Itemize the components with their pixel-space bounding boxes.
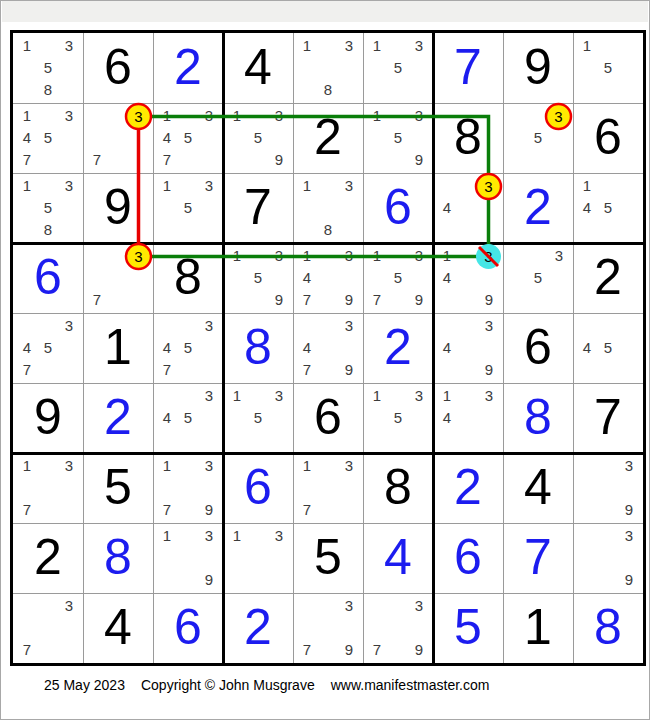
cell-r3c8[interactable]: 2 [503, 173, 573, 243]
candidate-7: 7 [17, 639, 38, 660]
candidate-3: 3 [59, 455, 80, 476]
cell-r1c2[interactable]: 6 [83, 33, 153, 103]
given-digit: 6 [83, 33, 153, 103]
candidate-1: 1 [157, 455, 178, 476]
cell-r1c4[interactable]: 4 [223, 33, 293, 103]
solved-digit: 8 [223, 313, 293, 383]
given-digit: 8 [153, 243, 223, 313]
cell-r2c3[interactable]: 13457 [153, 103, 223, 173]
candidate-7: 7 [367, 639, 388, 660]
candidate-3: 3 [619, 455, 640, 476]
cell-r8c6[interactable]: 4 [363, 523, 433, 593]
solved-digit: 2 [503, 173, 573, 243]
candidate-1: 1 [437, 385, 458, 406]
candidate-3: 3 [59, 175, 80, 196]
candidate-3: 3 [269, 245, 290, 266]
candidate-7: 7 [87, 149, 108, 170]
cell-r8c5[interactable]: 5 [293, 523, 363, 593]
cell-r5c2[interactable]: 1 [83, 313, 153, 383]
candidate-3: 3 [339, 245, 360, 266]
candidate-8: 8 [318, 219, 339, 240]
candidate-7: 7 [367, 289, 388, 310]
given-digit: 7 [223, 173, 293, 243]
candidate-1: 1 [157, 175, 178, 196]
given-digit: 6 [503, 313, 573, 383]
cell-r3c7[interactable]: 34 [433, 173, 503, 243]
candidate-8: 8 [38, 219, 59, 240]
cell-r2c1[interactable]: 13457 [13, 103, 83, 173]
candidate-1: 1 [227, 385, 248, 406]
cell-r7c6[interactable]: 8 [363, 453, 433, 523]
candidate-3: 3 [339, 35, 360, 56]
candidate-3: 3 [199, 315, 220, 336]
footer-website: www.manifestmaster.com [331, 677, 490, 693]
cell-r1c9[interactable]: 15 [573, 33, 643, 103]
candidate-7: 7 [157, 359, 178, 380]
given-digit: 4 [83, 593, 153, 663]
candidate-4: 4 [577, 197, 598, 218]
solved-digit: 6 [13, 243, 83, 313]
cell-r4c8[interactable]: 35 [503, 243, 573, 313]
candidate-3: 3 [339, 595, 360, 616]
candidate-1: 1 [17, 175, 38, 196]
candidate-9: 9 [409, 639, 430, 660]
candidate-7: 7 [87, 289, 108, 310]
cell-r4c9[interactable]: 2 [573, 243, 643, 313]
solved-digit: 2 [223, 593, 293, 663]
candidate-3: 3 [409, 105, 430, 126]
candidate-9: 9 [199, 569, 220, 590]
candidate-1: 1 [297, 35, 318, 56]
solved-digit: 8 [83, 523, 153, 593]
solved-digit: 6 [223, 453, 293, 523]
solved-digit: 8 [573, 593, 643, 663]
candidate-9: 9 [339, 359, 360, 380]
candidate-4: 4 [297, 337, 318, 358]
cell-r4c1[interactable]: 6 [13, 243, 83, 313]
cell-r7c2[interactable]: 5 [83, 453, 153, 523]
candidate-1: 1 [297, 175, 318, 196]
candidate-8: 8 [38, 79, 59, 100]
cell-r8c9[interactable]: 39 [573, 523, 643, 593]
cell-r6c9[interactable]: 7 [573, 383, 643, 453]
candidate-5: 5 [248, 127, 269, 148]
candidate-1: 1 [227, 525, 248, 546]
cell-r6c5[interactable]: 6 [293, 383, 363, 453]
candidate-1: 1 [17, 35, 38, 56]
cell-r7c9[interactable]: 39 [573, 453, 643, 523]
candidate-9: 9 [409, 289, 430, 310]
candidate-3: 3 [129, 105, 150, 126]
given-digit: 2 [573, 243, 643, 313]
candidate-5: 5 [388, 407, 409, 428]
solved-digit: 5 [433, 593, 503, 663]
candidate-7: 7 [157, 499, 178, 520]
candidate-5: 5 [388, 127, 409, 148]
candidate-1: 1 [577, 35, 598, 56]
cell-r9c7[interactable]: 5 [433, 593, 503, 663]
cell-r9c6[interactable]: 379 [363, 593, 433, 663]
candidate-1: 1 [157, 105, 178, 126]
candidate-3: 3 [59, 35, 80, 56]
candidate-5: 5 [528, 127, 549, 148]
footer-date: 25 May 2023 [44, 677, 125, 693]
candidate-4: 4 [437, 407, 458, 428]
cell-r3c1[interactable]: 1358 [13, 173, 83, 243]
candidate-3: 3 [129, 245, 150, 266]
given-digit: 6 [573, 103, 643, 173]
cell-r9c4[interactable]: 2 [223, 593, 293, 663]
candidate-3: 3 [409, 35, 430, 56]
candidate-9: 9 [199, 499, 220, 520]
candidate-9: 9 [479, 289, 500, 310]
given-digit: 4 [503, 453, 573, 523]
solved-digit: 4 [363, 523, 433, 593]
given-digit: 8 [363, 453, 433, 523]
cell-r9c3[interactable]: 6 [153, 593, 223, 663]
candidate-5: 5 [38, 337, 59, 358]
candidate-4: 4 [157, 407, 178, 428]
cell-r1c5[interactable]: 138 [293, 33, 363, 103]
given-digit: 7 [573, 383, 643, 453]
top-strip [2, 1, 648, 22]
cell-r6c6[interactable]: 135 [363, 383, 433, 453]
candidate-1: 1 [437, 245, 458, 266]
candidate-3: 3 [269, 105, 290, 126]
given-digit: 6 [293, 383, 363, 453]
cell-r6c1[interactable]: 9 [13, 383, 83, 453]
cell-r5c1[interactable]: 3457 [13, 313, 83, 383]
cell-r3c5[interactable]: 138 [293, 173, 363, 243]
solved-digit: 7 [433, 33, 503, 103]
candidate-3: 3 [409, 385, 430, 406]
candidate-9: 9 [409, 149, 430, 170]
cell-r5c9[interactable]: 45 [573, 313, 643, 383]
candidate-5: 5 [38, 197, 59, 218]
cell-r7c1[interactable]: 137 [13, 453, 83, 523]
candidate-3: 3 [269, 525, 290, 546]
candidate-7: 7 [157, 149, 178, 170]
candidate-5: 5 [528, 267, 549, 288]
given-digit: 9 [83, 173, 153, 243]
candidate-3: 3 [549, 245, 570, 266]
candidate-3: 3 [199, 175, 220, 196]
candidate-4: 4 [437, 267, 458, 288]
given-digit: 8 [433, 103, 503, 173]
candidate-3: 3 [199, 455, 220, 476]
candidate-1: 1 [227, 105, 248, 126]
candidate-4: 4 [17, 337, 38, 358]
cell-r5c3[interactable]: 3457 [153, 313, 223, 383]
candidate-7: 7 [17, 499, 38, 520]
cell-r2c2[interactable]: 37 [83, 103, 153, 173]
candidate-7: 7 [297, 499, 318, 520]
candidate-9: 9 [479, 359, 500, 380]
cell-r6c7[interactable]: 134 [433, 383, 503, 453]
footer-copyright: Copyright © John Musgrave [141, 677, 315, 693]
cell-r8c4[interactable]: 13 [223, 523, 293, 593]
candidate-3: 3 [479, 315, 500, 336]
cell-r1c1[interactable]: 1358 [13, 33, 83, 103]
candidate-1: 1 [367, 385, 388, 406]
cell-r1c8[interactable]: 9 [503, 33, 573, 103]
candidate-5: 5 [248, 407, 269, 428]
sudoku-board: 1358624138135791513457371345713592135983… [10, 30, 646, 666]
candidate-5: 5 [38, 57, 59, 78]
cell-r5c5[interactable]: 3479 [293, 313, 363, 383]
candidate-5: 5 [248, 267, 269, 288]
candidate-5: 5 [178, 407, 199, 428]
cell-r1c7[interactable]: 7 [433, 33, 503, 103]
candidate-3: 3 [199, 385, 220, 406]
cell-r7c3[interactable]: 1379 [153, 453, 223, 523]
candidate-5: 5 [598, 197, 619, 218]
candidate-3: 3 [479, 175, 500, 196]
candidate-9: 9 [339, 639, 360, 660]
cell-r8c8[interactable]: 7 [503, 523, 573, 593]
cell-r1c3[interactable]: 2 [153, 33, 223, 103]
candidate-4: 4 [577, 337, 598, 358]
cell-r6c8[interactable]: 8 [503, 383, 573, 453]
given-digit: 5 [293, 523, 363, 593]
candidate-5: 5 [388, 57, 409, 78]
candidate-3: 3 [549, 105, 570, 126]
given-digit: 4 [223, 33, 293, 103]
cell-r1c6[interactable]: 135 [363, 33, 433, 103]
candidate-7: 7 [297, 359, 318, 380]
candidate-9: 9 [619, 569, 640, 590]
cell-r4c2[interactable]: 37 [83, 243, 153, 313]
cell-r7c8[interactable]: 4 [503, 453, 573, 523]
cell-r3c4[interactable]: 7 [223, 173, 293, 243]
candidate-4: 4 [17, 127, 38, 148]
cell-r3c6[interactable]: 6 [363, 173, 433, 243]
candidate-5: 5 [598, 337, 619, 358]
cell-r4c5[interactable]: 13479 [293, 243, 363, 313]
solved-digit: 8 [503, 383, 573, 453]
candidate-3: 3 [619, 525, 640, 546]
candidate-7: 7 [17, 149, 38, 170]
cell-r5c7[interactable]: 349 [433, 313, 503, 383]
cell-r9c8[interactable]: 1 [503, 593, 573, 663]
candidate-1: 1 [297, 455, 318, 476]
cell-r9c1[interactable]: 37 [13, 593, 83, 663]
solved-digit: 6 [363, 173, 433, 243]
cell-r3c3[interactable]: 135 [153, 173, 223, 243]
candidate-5: 5 [178, 197, 199, 218]
cell-r4c7[interactable]: 1349 [433, 243, 503, 313]
candidate-1: 1 [17, 455, 38, 476]
cell-r9c9[interactable]: 8 [573, 593, 643, 663]
candidate-3: 3 [339, 315, 360, 336]
candidate-9: 9 [339, 289, 360, 310]
cell-r2c7[interactable]: 8 [433, 103, 503, 173]
solved-digit: 2 [153, 33, 223, 103]
candidate-7: 7 [297, 639, 318, 660]
cell-r4c3[interactable]: 8 [153, 243, 223, 313]
cell-r5c8[interactable]: 6 [503, 313, 573, 383]
candidate-9: 9 [269, 289, 290, 310]
candidate-4: 4 [437, 197, 458, 218]
cell-r9c5[interactable]: 379 [293, 593, 363, 663]
solved-digit: 7 [503, 523, 573, 593]
given-digit: 2 [293, 103, 363, 173]
candidate-5: 5 [388, 267, 409, 288]
candidate-5: 5 [178, 127, 199, 148]
candidate-1: 1 [367, 105, 388, 126]
candidate-1: 1 [157, 525, 178, 546]
cell-r3c9[interactable]: 145 [573, 173, 643, 243]
cell-r8c2[interactable]: 8 [83, 523, 153, 593]
app-window: 1358624138135791513457371345713592135983… [0, 0, 650, 720]
solved-digit: 6 [153, 593, 223, 663]
candidate-1: 1 [577, 175, 598, 196]
cell-r7c7[interactable]: 2 [433, 453, 503, 523]
cell-r2c6[interactable]: 1359 [363, 103, 433, 173]
candidate-4: 4 [157, 337, 178, 358]
candidate-3: 3 [409, 595, 430, 616]
candidate-3: 3 [339, 175, 360, 196]
cell-r8c1[interactable]: 2 [13, 523, 83, 593]
cell-r8c3[interactable]: 139 [153, 523, 223, 593]
given-digit: 5 [83, 453, 153, 523]
cell-r9c2[interactable]: 4 [83, 593, 153, 663]
candidate-1: 1 [367, 245, 388, 266]
solved-digit: 2 [363, 313, 433, 383]
candidate-3: 3 [59, 105, 80, 126]
candidate-7: 7 [297, 289, 318, 310]
candidate-4: 4 [297, 267, 318, 288]
cell-r5c4[interactable]: 8 [223, 313, 293, 383]
cell-r5c6[interactable]: 2 [363, 313, 433, 383]
cell-r4c6[interactable]: 13579 [363, 243, 433, 313]
candidate-3: 3 [479, 385, 500, 406]
cell-r7c4[interactable]: 6 [223, 453, 293, 523]
solved-digit: 2 [433, 453, 503, 523]
cell-r6c4[interactable]: 135 [223, 383, 293, 453]
cell-r2c5[interactable]: 2 [293, 103, 363, 173]
candidate-4: 4 [437, 337, 458, 358]
cell-grid: 1358624138135791513457371345713592135983… [13, 33, 643, 663]
candidate-3: 3 [339, 455, 360, 476]
cell-r2c9[interactable]: 6 [573, 103, 643, 173]
candidate-5: 5 [598, 57, 619, 78]
cell-r2c4[interactable]: 1359 [223, 103, 293, 173]
given-digit: 2 [13, 523, 83, 593]
cell-r8c7[interactable]: 6 [433, 523, 503, 593]
candidate-5: 5 [178, 337, 199, 358]
cell-r7c5[interactable]: 137 [293, 453, 363, 523]
candidate-3: 3 [199, 525, 220, 546]
candidate-3: 3 [479, 245, 500, 266]
candidate-3: 3 [199, 105, 220, 126]
given-digit: 1 [503, 593, 573, 663]
footer: 25 May 2023Copyright © John Musgravewww.… [44, 675, 489, 695]
cell-r2c8[interactable]: 35 [503, 103, 573, 173]
given-digit: 9 [503, 33, 573, 103]
candidate-8: 8 [318, 79, 339, 100]
solved-digit: 6 [433, 523, 503, 593]
cell-r4c4[interactable]: 1359 [223, 243, 293, 313]
candidate-3: 3 [269, 385, 290, 406]
candidate-7: 7 [17, 359, 38, 380]
given-digit: 9 [13, 383, 83, 453]
candidate-9: 9 [619, 499, 640, 520]
cell-r6c2[interactable]: 2 [83, 383, 153, 453]
candidate-3: 3 [59, 315, 80, 336]
solved-digit: 2 [83, 383, 153, 453]
candidate-1: 1 [227, 245, 248, 266]
candidate-1: 1 [17, 105, 38, 126]
cell-r3c2[interactable]: 9 [83, 173, 153, 243]
candidate-3: 3 [59, 595, 80, 616]
candidate-3: 3 [409, 245, 430, 266]
candidate-1: 1 [367, 35, 388, 56]
cell-r6c3[interactable]: 345 [153, 383, 223, 453]
candidate-4: 4 [157, 127, 178, 148]
given-digit: 1 [83, 313, 153, 383]
candidate-9: 9 [269, 149, 290, 170]
candidate-5: 5 [38, 127, 59, 148]
candidate-1: 1 [297, 245, 318, 266]
